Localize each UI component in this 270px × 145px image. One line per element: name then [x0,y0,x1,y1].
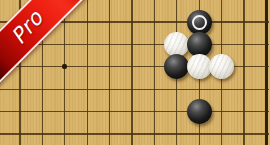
black-stone [187,32,212,57]
grid-line [0,89,269,90]
white-stone [164,32,189,57]
go-board[interactable]: Pro [0,0,270,145]
last-move-marker [192,15,207,30]
white-stone [187,54,212,79]
white-stone [209,54,234,79]
grid-line [0,44,269,45]
black-stone [164,54,189,79]
grid-line [0,111,269,112]
star-point [62,64,67,69]
grid-line [0,133,269,134]
black-stone [187,99,212,124]
black-stone [187,10,212,35]
